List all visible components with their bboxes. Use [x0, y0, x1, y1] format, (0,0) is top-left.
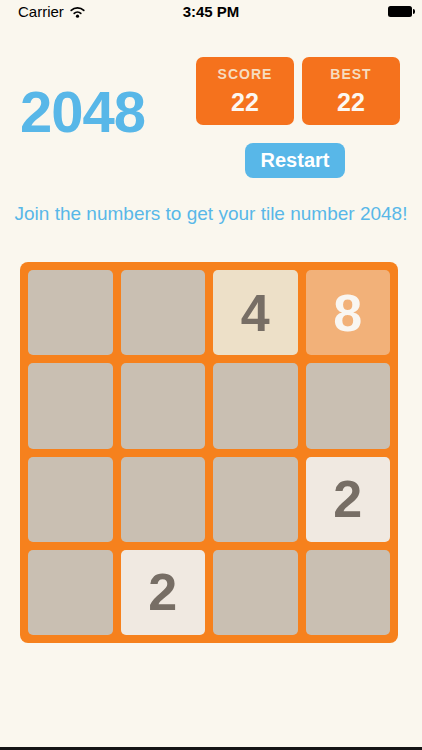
- carrier-label: Carrier: [18, 3, 64, 20]
- status-bar-left: Carrier: [18, 3, 86, 20]
- status-bar-right: [388, 6, 412, 17]
- wifi-icon: [69, 6, 86, 18]
- empty-cell: [121, 363, 206, 448]
- tile-2: 2: [121, 550, 206, 635]
- empty-cell: [213, 550, 298, 635]
- score-value: 22: [231, 88, 259, 117]
- best-value: 22: [337, 88, 365, 117]
- empty-cell: [213, 457, 298, 542]
- score-label: SCORE: [218, 66, 273, 82]
- best-box: BEST 22: [302, 57, 400, 125]
- empty-cell: [306, 550, 391, 635]
- restart-button[interactable]: Restart: [245, 143, 345, 178]
- empty-cell: [28, 457, 113, 542]
- empty-cell: [121, 457, 206, 542]
- best-label: BEST: [330, 66, 371, 82]
- app-title: 2048: [20, 83, 145, 141]
- empty-cell: [213, 363, 298, 448]
- battery-icon: [388, 6, 412, 17]
- empty-cell: [28, 363, 113, 448]
- instruction-text: Join the numbers to get your tile number…: [0, 203, 422, 225]
- tile-4: 4: [213, 270, 298, 355]
- score-box: SCORE 22: [196, 57, 294, 125]
- status-bar: Carrier 3:45 PM: [0, 0, 422, 22]
- empty-cell: [121, 270, 206, 355]
- app-screen: Carrier 3:45 PM 2048 SCORE 22 BEST 22 Re…: [0, 0, 422, 750]
- empty-cell: [306, 363, 391, 448]
- tile-2: 2: [306, 457, 391, 542]
- game-board[interactable]: 4822: [20, 262, 398, 643]
- empty-cell: [28, 270, 113, 355]
- tile-8: 8: [306, 270, 391, 355]
- empty-cell: [28, 550, 113, 635]
